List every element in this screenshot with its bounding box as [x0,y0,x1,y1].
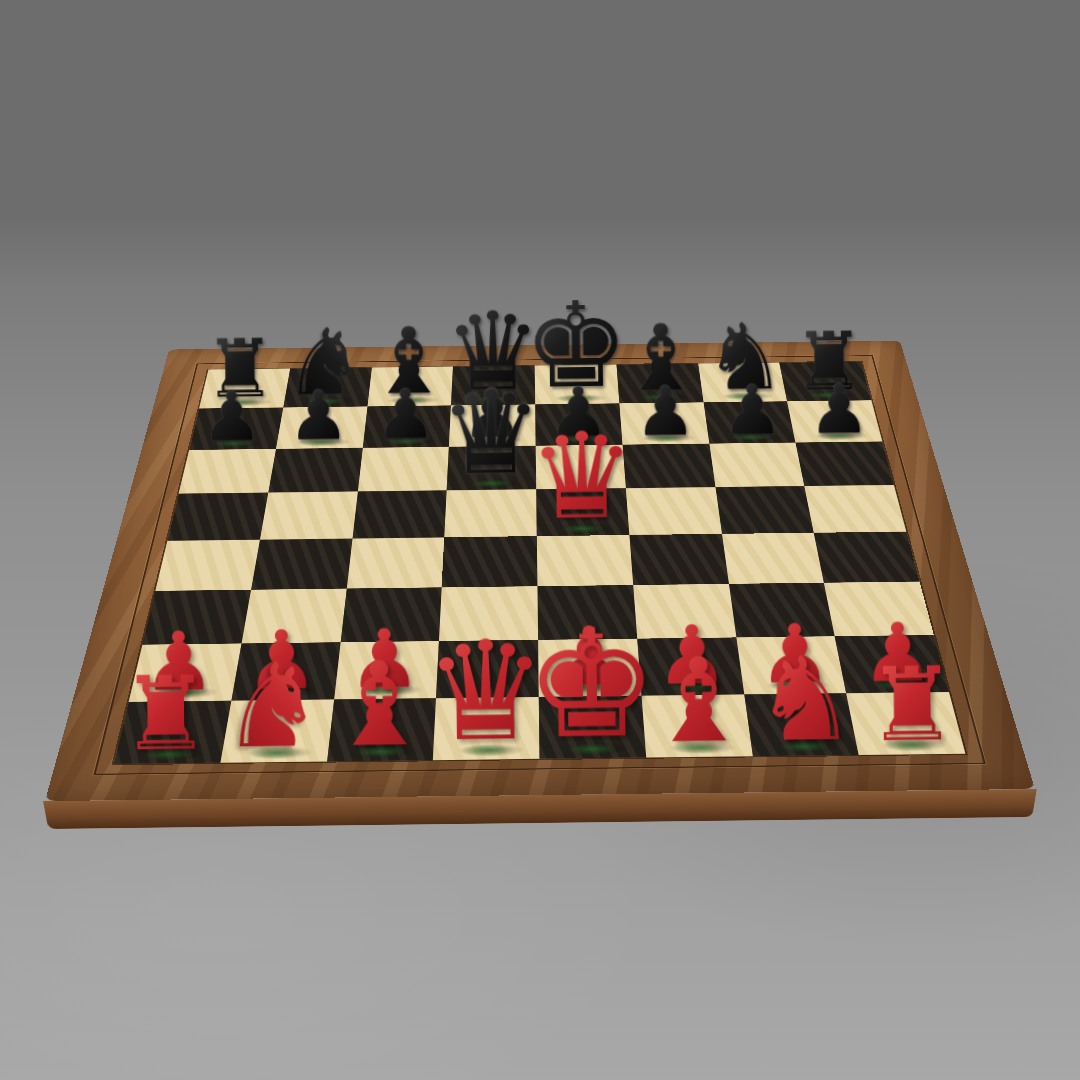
piece-red-rook-a1[interactable]: ♜ [120,662,213,765]
piece-red-queen-e5[interactable]: ♛ [528,417,636,537]
square-b1[interactable]: ♞ [220,700,334,763]
square-f5[interactable] [626,487,722,535]
square-b6[interactable] [268,448,362,493]
square-h6[interactable] [796,441,894,486]
piece-black-pawn-f7[interactable]: ♟ [634,376,696,445]
piece-red-bishop-f1[interactable]: ♝ [646,642,751,759]
piece-red-knight-g1[interactable]: ♞ [753,641,858,758]
piece-red-king-e1[interactable]: ♚ [524,610,659,761]
square-f4[interactable] [629,534,728,585]
square-a7[interactable]: ♟ [189,407,283,449]
square-e1[interactable]: ♚ [539,696,646,759]
square-c7[interactable]: ♟ [362,405,451,447]
square-c4[interactable] [346,537,444,588]
square-c1[interactable]: ♝ [327,698,437,761]
piece-black-pawn-a7[interactable]: ♟ [201,381,263,450]
square-h7[interactable]: ♟ [787,400,882,442]
square-h5[interactable] [804,485,906,533]
piece-black-pawn-g7[interactable]: ♟ [721,375,783,444]
square-a1[interactable]: ♜ [114,701,231,764]
square-f1[interactable]: ♝ [641,695,752,758]
square-f6[interactable] [622,443,715,488]
square-c6[interactable] [357,447,449,492]
board-frame: ♜♞♝♛♚♝♞♜♟♟♟♟♟♟♟♟♛♛♟♟♟♟♟♟♟♜♞♝♛♚♝♞♜ [45,341,1035,801]
playing-area: ♜♞♝♛♚♝♞♜♟♟♟♟♟♟♟♟♛♛♟♟♟♟♟♟♟♜♞♝♛♚♝♞♜ [114,362,966,764]
square-g4[interactable] [722,533,824,584]
piece-black-pawn-b7[interactable]: ♟ [287,380,349,449]
square-b5[interactable] [260,492,358,540]
square-d4[interactable] [442,536,538,587]
piece-red-knight-b1[interactable]: ♞ [220,647,325,764]
square-d1[interactable]: ♛ [433,697,539,760]
square-c5[interactable] [352,491,447,539]
square-g5[interactable] [715,486,814,534]
square-a4[interactable] [155,540,259,591]
piece-red-rook-h1[interactable]: ♜ [866,653,959,756]
piece-red-bishop-c1[interactable]: ♝ [327,646,432,763]
piece-black-pawn-c7[interactable]: ♟ [374,379,436,448]
square-d6[interactable]: ♛ [447,446,536,491]
square-e4[interactable] [537,535,633,586]
square-e5[interactable]: ♛ [536,488,629,536]
piece-black-pawn-h7[interactable]: ♟ [808,374,870,443]
square-g6[interactable] [709,442,804,487]
square-h4[interactable] [814,532,920,583]
chess-board: ♜♞♝♛♚♝♞♜♟♟♟♟♟♟♟♟♛♛♟♟♟♟♟♟♟♜♞♝♛♚♝♞♜ [45,341,1035,801]
square-g1[interactable]: ♞ [744,693,859,756]
square-b7[interactable]: ♟ [276,406,367,448]
square-b4[interactable] [251,538,352,589]
square-a6[interactable] [179,449,276,494]
square-d5[interactable] [444,489,536,537]
square-g7[interactable]: ♟ [703,401,795,443]
square-a5[interactable] [167,493,268,541]
square-h1[interactable]: ♜ [846,692,965,755]
